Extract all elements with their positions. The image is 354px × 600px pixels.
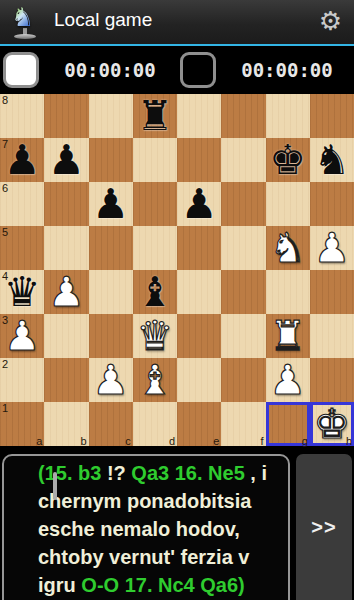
- file-label-h: h: [346, 435, 352, 447]
- app-knight-icon: ♞: [8, 3, 44, 41]
- square-h7[interactable]: ♞: [310, 138, 354, 182]
- file-label-c: c: [125, 435, 131, 447]
- square-c6[interactable]: ♟: [89, 182, 133, 226]
- square-c8[interactable]: [89, 94, 133, 138]
- white-pawn[interactable]: ♟: [310, 226, 354, 270]
- square-b3[interactable]: [44, 314, 88, 358]
- square-f2[interactable]: [221, 358, 265, 402]
- rank-label-2: 2: [2, 358, 8, 370]
- rank-label-8: 8: [2, 94, 8, 106]
- square-e1[interactable]: e: [177, 402, 221, 446]
- square-e2[interactable]: [177, 358, 221, 402]
- square-e4[interactable]: [177, 270, 221, 314]
- square-h8[interactable]: [310, 94, 354, 138]
- file-label-b: b: [80, 435, 86, 447]
- square-e6[interactable]: ♟: [177, 182, 221, 226]
- rank-label-6: 6: [2, 182, 8, 194]
- file-label-a: a: [36, 435, 42, 447]
- next-move-label: >>: [311, 516, 336, 539]
- square-h2[interactable]: [310, 358, 354, 402]
- square-a4[interactable]: 4♛: [0, 270, 44, 314]
- app-screen: ♞ Local game ⚙ 00:00:00 00:00:00 8♜7♟♟♚♞…: [0, 0, 354, 600]
- file-label-g: g: [302, 435, 308, 447]
- file-label-d: d: [169, 435, 175, 447]
- square-f1[interactable]: f: [221, 402, 265, 446]
- chess-board[interactable]: 8♜7♟♟♚♞6♟♟5♞♟4♛♟♝3♟♛♜2♟♝♟1abcdefgh♚: [0, 94, 354, 446]
- square-h1[interactable]: h♚: [310, 402, 354, 446]
- white-clock: 00:00:00: [45, 59, 175, 81]
- move-text-green: O-O 17. Nc4 Qa6): [81, 574, 244, 596]
- square-b6[interactable]: [44, 182, 88, 226]
- square-e5[interactable]: [177, 226, 221, 270]
- square-f4[interactable]: [221, 270, 265, 314]
- white-knight[interactable]: ♞: [266, 226, 310, 270]
- square-d4[interactable]: ♝: [133, 270, 177, 314]
- square-f6[interactable]: [221, 182, 265, 226]
- white-rook[interactable]: ♜: [266, 314, 310, 358]
- black-clock: 00:00:00: [222, 59, 352, 81]
- rank-label-4: 4: [2, 270, 8, 282]
- square-b8[interactable]: [44, 94, 88, 138]
- square-d7[interactable]: [133, 138, 177, 182]
- square-g3[interactable]: ♜: [266, 314, 310, 358]
- white-pawn[interactable]: ♟: [89, 358, 133, 402]
- square-f5[interactable]: [221, 226, 265, 270]
- black-knight[interactable]: ♞: [310, 138, 354, 182]
- square-f3[interactable]: [221, 314, 265, 358]
- white-bishop[interactable]: ♝: [133, 358, 177, 402]
- square-c1[interactable]: c: [89, 402, 133, 446]
- black-rook[interactable]: ♜: [133, 94, 177, 138]
- square-g2[interactable]: ♟: [266, 358, 310, 402]
- square-f8[interactable]: [221, 94, 265, 138]
- move-text-white: !?: [107, 462, 131, 484]
- black-pawn[interactable]: ♟: [89, 182, 133, 226]
- file-label-e: e: [213, 435, 219, 447]
- square-d6[interactable]: [133, 182, 177, 226]
- square-h4[interactable]: [310, 270, 354, 314]
- move-text-green: Qa3 16. Ne5: [131, 462, 244, 484]
- scrollbar-thumb[interactable]: [53, 472, 57, 500]
- square-h6[interactable]: [310, 182, 354, 226]
- square-a5[interactable]: 5: [0, 226, 44, 270]
- square-g6[interactable]: [266, 182, 310, 226]
- square-b7[interactable]: ♟: [44, 138, 88, 182]
- square-c2[interactable]: ♟: [89, 358, 133, 402]
- square-g7[interactable]: ♚: [266, 138, 310, 182]
- square-c3[interactable]: [89, 314, 133, 358]
- black-pawn[interactable]: ♟: [177, 182, 221, 226]
- square-b5[interactable]: [44, 226, 88, 270]
- square-a6[interactable]: 6: [0, 182, 44, 226]
- square-g4[interactable]: [266, 270, 310, 314]
- square-b2[interactable]: [44, 358, 88, 402]
- file-label-f: f: [260, 435, 263, 447]
- page-title: Local game: [54, 9, 152, 31]
- clock-row: 00:00:00 00:00:00: [0, 46, 354, 94]
- square-c4[interactable]: [89, 270, 133, 314]
- square-e3[interactable]: [177, 314, 221, 358]
- rank-label-1: 1: [2, 402, 8, 414]
- square-b1[interactable]: b: [44, 402, 88, 446]
- square-c7[interactable]: [89, 138, 133, 182]
- annotation-panel[interactable]: (15. b3 !? Qa3 16. Ne5 , i chernym ponad…: [2, 454, 290, 600]
- square-d2[interactable]: ♝: [133, 358, 177, 402]
- square-g5[interactable]: ♞: [266, 226, 310, 270]
- move-text-green: (15. b3: [38, 462, 107, 484]
- white-queen[interactable]: ♛: [133, 314, 177, 358]
- square-h3[interactable]: [310, 314, 354, 358]
- rank-label-5: 5: [2, 226, 8, 238]
- square-a3[interactable]: 3♟: [0, 314, 44, 358]
- square-e7[interactable]: [177, 138, 221, 182]
- square-d5[interactable]: [133, 226, 177, 270]
- knight-glyph: ♞: [11, 3, 34, 31]
- white-pawn[interactable]: ♟: [44, 270, 88, 314]
- rank-label-3: 3: [2, 314, 8, 326]
- square-a1[interactable]: 1a: [0, 402, 44, 446]
- title-bar: ♞ Local game ⚙: [0, 0, 354, 46]
- square-a7[interactable]: 7♟: [0, 138, 44, 182]
- square-b4[interactable]: ♟: [44, 270, 88, 314]
- next-move-button[interactable]: >>: [296, 454, 352, 600]
- black-king[interactable]: ♚: [266, 138, 310, 182]
- square-d3[interactable]: ♛: [133, 314, 177, 358]
- square-f7[interactable]: [221, 138, 265, 182]
- square-d8[interactable]: ♜: [133, 94, 177, 138]
- icon-base: [14, 34, 36, 39]
- black-pawn[interactable]: ♟: [44, 138, 88, 182]
- square-a2[interactable]: 2: [0, 358, 44, 402]
- square-a8[interactable]: 8: [0, 94, 44, 138]
- square-e8[interactable]: [177, 94, 221, 138]
- square-c5[interactable]: [89, 226, 133, 270]
- square-d1[interactable]: d: [133, 402, 177, 446]
- square-g8[interactable]: [266, 94, 310, 138]
- black-bishop[interactable]: ♝: [133, 270, 177, 314]
- black-player-icon[interactable]: [180, 52, 216, 88]
- rank-label-7: 7: [2, 138, 8, 150]
- square-g1[interactable]: g: [266, 402, 310, 446]
- white-player-icon[interactable]: [3, 52, 39, 88]
- square-h5[interactable]: ♟: [310, 226, 354, 270]
- white-pawn[interactable]: ♟: [266, 358, 310, 402]
- settings-gear-icon[interactable]: ⚙: [319, 6, 342, 36]
